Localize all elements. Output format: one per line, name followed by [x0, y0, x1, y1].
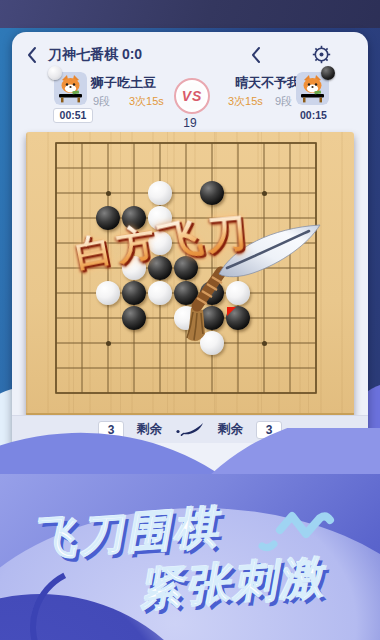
player-right-byoyomi: 3次15s	[228, 94, 263, 109]
game-card: 刀神七番棋 0:0	[12, 32, 368, 472]
go-board[interactable]: 白方飞刀	[26, 132, 354, 417]
chevron-left-icon	[250, 46, 262, 64]
black-stone-badge	[321, 66, 335, 80]
board-overlay-banner: 白方飞刀	[75, 211, 254, 276]
player-right-clock: 00:15	[300, 109, 327, 121]
black-stone	[200, 181, 224, 205]
white-stone	[148, 181, 172, 205]
settings-button[interactable]	[312, 45, 331, 64]
black-stone	[122, 306, 146, 330]
promo-banner: 飞刀围棋 紧张刺激	[0, 428, 380, 640]
player-left-clock: 00:51	[53, 108, 93, 123]
avatar-right-player[interactable]	[296, 72, 329, 105]
vs-badge: VS	[174, 78, 210, 114]
overlay-char: 方	[113, 217, 159, 278]
white-stone	[148, 281, 172, 305]
player-right-rank: 9段	[275, 94, 292, 109]
player-left-byoyomi: 3次15s	[129, 94, 164, 109]
move-number: 19	[172, 116, 208, 130]
app-screen: 刀神七番棋 0:0	[0, 0, 380, 640]
star-point	[106, 191, 111, 196]
back-button[interactable]	[26, 46, 38, 64]
player-left-rank: 9段	[93, 94, 110, 109]
white-stone-badge	[48, 66, 62, 80]
star-point	[262, 191, 267, 196]
chevron-left-icon	[26, 46, 38, 64]
black-stone	[122, 281, 146, 305]
avatar-left-player[interactable]	[54, 72, 87, 105]
vs-label: VS	[182, 88, 203, 104]
overlay-char: 飞	[154, 208, 208, 272]
white-stone	[96, 281, 120, 305]
collapse-button[interactable]	[250, 46, 262, 64]
overlay-char: 刀	[204, 204, 249, 263]
gear-icon	[312, 50, 331, 67]
player-right-name: 晴天不予我	[228, 74, 300, 92]
match-title: 刀神七番棋 0:0	[48, 46, 142, 64]
player-left-name: 狮子吃土豆	[91, 74, 156, 92]
star-point	[106, 341, 111, 346]
